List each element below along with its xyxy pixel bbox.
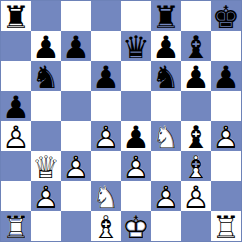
square-f6[interactable]: ♞ [151,61,181,91]
white-pawn-outline: ♙ [31,182,61,212]
square-a7[interactable] [1,31,31,61]
square-a1[interactable]: ♜♖ [1,211,31,241]
white-knight-outline: ♘ [151,122,181,152]
square-b8[interactable] [31,1,61,31]
white-bishop-outline: ♗ [91,212,121,242]
square-b2[interactable]: ♟♙ [31,181,61,211]
square-h7[interactable] [211,31,241,61]
square-d4[interactable]: ♟♙ [91,121,121,151]
white-pawn-outline: ♙ [151,182,181,212]
square-b7[interactable]: ♟ [31,31,61,61]
square-c1[interactable] [61,211,91,241]
black-bishop[interactable]: ♝ [181,32,211,62]
white-queen-outline: ♕ [31,152,61,182]
white-pawn-outline: ♙ [211,122,241,152]
square-e3[interactable]: ♟♙ [121,151,151,181]
square-d2[interactable]: ♞♘ [91,181,121,211]
black-pawn[interactable]: ♟ [211,62,241,92]
black-rook-glyph: ♜ [151,2,181,32]
white-bishop[interactable]: ♝♗ [181,152,211,182]
square-g2[interactable]: ♟♙ [181,181,211,211]
square-f1[interactable] [151,211,181,241]
square-g3[interactable]: ♝♗ [181,151,211,181]
black-queen-glyph: ♛ [121,32,151,62]
black-pawn-glyph: ♟ [61,32,91,62]
square-h2[interactable] [211,181,241,211]
black-knight-glyph: ♞ [151,62,181,92]
black-pawn[interactable]: ♟ [1,92,31,122]
square-h5[interactable] [211,91,241,121]
square-e1[interactable]: ♚♔ [121,211,151,241]
square-b4[interactable] [31,121,61,151]
white-king-outline: ♔ [121,212,151,242]
square-g4[interactable]: ♝ [181,121,211,151]
white-pawn[interactable]: ♟♙ [61,152,91,182]
square-g1[interactable] [181,211,211,241]
white-rook[interactable]: ♜♖ [1,212,31,242]
square-f7[interactable]: ♟ [151,31,181,61]
white-rook[interactable]: ♜♖ [211,212,241,242]
square-f5[interactable] [151,91,181,121]
square-c6[interactable] [61,61,91,91]
black-king-glyph: ♚ [211,2,241,32]
black-pawn[interactable]: ♟ [151,32,181,62]
square-a6[interactable] [1,61,31,91]
square-e2[interactable] [121,181,151,211]
white-pawn[interactable]: ♟♙ [211,122,241,152]
square-c4[interactable] [61,121,91,151]
white-knight[interactable]: ♞♘ [151,122,181,152]
square-c7[interactable]: ♟ [61,31,91,61]
square-c5[interactable] [61,91,91,121]
white-knight[interactable]: ♞♘ [91,182,121,212]
square-e8[interactable] [121,1,151,31]
black-pawn[interactable]: ♟ [31,32,61,62]
square-b5[interactable] [31,91,61,121]
black-pawn-glyph: ♟ [1,92,31,122]
black-queen[interactable]: ♛ [121,32,151,62]
white-bishop[interactable]: ♝♗ [91,212,121,242]
square-d3[interactable] [91,151,121,181]
black-rook[interactable]: ♜ [1,2,31,32]
black-rook-glyph: ♜ [1,2,31,32]
black-bishop-glyph: ♝ [181,122,211,152]
square-a5[interactable]: ♟ [1,91,31,121]
black-bishop-glyph: ♝ [181,32,211,62]
white-pawn[interactable]: ♟♙ [91,122,121,152]
black-pawn-glyph: ♟ [121,122,151,152]
black-bishop[interactable]: ♝ [181,122,211,152]
white-pawn-outline: ♙ [91,122,121,152]
square-h8[interactable]: ♚ [211,1,241,31]
black-pawn-glyph: ♟ [181,62,211,92]
white-pawn-outline: ♙ [181,182,211,212]
white-pawn-outline: ♙ [121,152,151,182]
white-knight-outline: ♘ [91,182,121,212]
square-h4[interactable]: ♟♙ [211,121,241,151]
white-pawn[interactable]: ♟♙ [151,182,181,212]
white-pawn[interactable]: ♟♙ [31,182,61,212]
black-pawn[interactable]: ♟ [181,62,211,92]
square-a2[interactable] [1,181,31,211]
white-rook-outline: ♖ [1,212,31,242]
square-a8[interactable]: ♜ [1,1,31,31]
square-d6[interactable]: ♟ [91,61,121,91]
square-a4[interactable]: ♟♙ [1,121,31,151]
square-f8[interactable]: ♜ [151,1,181,31]
square-b3[interactable]: ♛♕ [31,151,61,181]
square-c8[interactable] [61,1,91,31]
white-king[interactable]: ♚♔ [121,212,151,242]
square-h6[interactable]: ♟ [211,61,241,91]
square-d8[interactable] [91,1,121,31]
square-c3[interactable]: ♟♙ [61,151,91,181]
square-e4[interactable]: ♟ [121,121,151,151]
square-g5[interactable] [181,91,211,121]
square-c2[interactable] [61,181,91,211]
black-pawn-glyph: ♟ [151,32,181,62]
black-pawn-glyph: ♟ [91,62,121,92]
black-pawn-glyph: ♟ [211,62,241,92]
square-b6[interactable]: ♞ [31,61,61,91]
square-f4[interactable]: ♞♘ [151,121,181,151]
square-e5[interactable] [121,91,151,121]
black-pawn[interactable]: ♟ [61,32,91,62]
white-queen[interactable]: ♛♕ [31,152,61,182]
square-a3[interactable] [1,151,31,181]
white-rook-outline: ♖ [211,212,241,242]
square-b1[interactable] [31,211,61,241]
black-pawn[interactable]: ♟ [121,122,151,152]
black-rook[interactable]: ♜ [151,2,181,32]
white-bishop-outline: ♗ [181,152,211,182]
black-pawn-glyph: ♟ [31,32,61,62]
square-h1[interactable]: ♜♖ [211,211,241,241]
white-pawn-outline: ♙ [61,152,91,182]
square-g7[interactable]: ♝ [181,31,211,61]
square-f2[interactable]: ♟♙ [151,181,181,211]
square-d7[interactable] [91,31,121,61]
chess-board: ♜♜♚♟♟♛♟♝♞♟♞♟♟♟♟♙♟♙♟♞♘♝♟♙♛♕♟♙♟♙♝♗♟♙♞♘♟♙♟♙… [0,0,242,242]
square-g8[interactable] [181,1,211,31]
square-d1[interactable]: ♝♗ [91,211,121,241]
black-knight[interactable]: ♞ [151,62,181,92]
square-g6[interactable]: ♟ [181,61,211,91]
white-pawn[interactable]: ♟♙ [1,122,31,152]
white-pawn-outline: ♙ [1,122,31,152]
black-knight-glyph: ♞ [31,62,61,92]
black-king[interactable]: ♚ [211,2,241,32]
black-pawn[interactable]: ♟ [91,62,121,92]
square-e6[interactable] [121,61,151,91]
white-pawn[interactable]: ♟♙ [121,152,151,182]
square-d5[interactable] [91,91,121,121]
square-e7[interactable]: ♛ [121,31,151,61]
square-h3[interactable] [211,151,241,181]
white-pawn[interactable]: ♟♙ [181,182,211,212]
black-knight[interactable]: ♞ [31,62,61,92]
square-f3[interactable] [151,151,181,181]
